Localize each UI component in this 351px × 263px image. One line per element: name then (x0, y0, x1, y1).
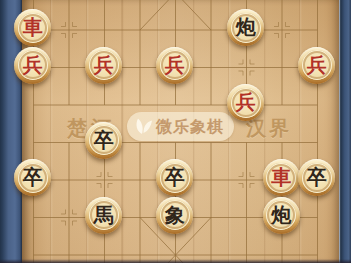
piece-face: 兵 (160, 50, 190, 80)
piece-black-cannon[interactable]: 炮 (227, 9, 264, 46)
piece-glyph: 兵 (236, 92, 256, 112)
piece-glyph: 兵 (23, 55, 43, 75)
piece-face: 象 (160, 200, 190, 230)
piece-face: 馬 (89, 200, 119, 230)
piece-red-chariot[interactable]: 車 (263, 159, 300, 196)
piece-face: 卒 (18, 163, 48, 193)
piece-black-cannon[interactable]: 炮 (263, 197, 300, 234)
piece-glyph: 車 (271, 167, 291, 187)
piece-face: 兵 (18, 50, 48, 80)
piece-face: 炮 (231, 13, 261, 43)
piece-face: 卒 (89, 125, 119, 155)
piece-black-horse[interactable]: 馬 (85, 197, 122, 234)
piece-face: 車 (266, 163, 296, 193)
piece-glyph: 馬 (94, 205, 114, 225)
piece-face: 車 (18, 13, 48, 43)
game-screen: 楚河 汉界 微乐象棋 車炮兵兵兵兵兵卒卒卒車卒馬象炮 (0, 0, 351, 263)
piece-glyph: 兵 (307, 55, 327, 75)
piece-face: 兵 (302, 50, 332, 80)
piece-black-soldier[interactable]: 卒 (14, 159, 51, 196)
piece-glyph: 卒 (23, 167, 43, 187)
piece-glyph: 車 (23, 17, 43, 37)
piece-face: 卒 (160, 163, 190, 193)
piece-glyph: 象 (165, 205, 185, 225)
piece-black-soldier[interactable]: 卒 (156, 159, 193, 196)
piece-red-soldier[interactable]: 兵 (85, 47, 122, 84)
piece-face: 卒 (302, 163, 332, 193)
piece-black-elephant[interactable]: 象 (156, 197, 193, 234)
piece-red-chariot[interactable]: 車 (14, 9, 51, 46)
piece-red-soldier[interactable]: 兵 (227, 84, 264, 121)
xiangqi-board[interactable]: 車炮兵兵兵兵兵卒卒卒車卒馬象炮 (15, 11, 335, 263)
piece-glyph: 炮 (271, 205, 291, 225)
piece-glyph: 炮 (236, 17, 256, 37)
piece-black-soldier[interactable]: 卒 (298, 159, 335, 196)
piece-face: 兵 (89, 50, 119, 80)
piece-glyph: 卒 (94, 130, 114, 150)
piece-face: 兵 (231, 88, 261, 118)
piece-face: 炮 (266, 200, 296, 230)
piece-glyph: 兵 (165, 55, 185, 75)
piece-glyph: 兵 (94, 55, 114, 75)
piece-red-soldier[interactable]: 兵 (156, 47, 193, 84)
piece-glyph: 卒 (165, 167, 185, 187)
piece-black-soldier[interactable]: 卒 (85, 122, 122, 159)
piece-red-soldier[interactable]: 兵 (298, 47, 335, 84)
piece-red-soldier[interactable]: 兵 (14, 47, 51, 84)
board-bottom-shadow (0, 259, 351, 263)
piece-glyph: 卒 (307, 167, 327, 187)
